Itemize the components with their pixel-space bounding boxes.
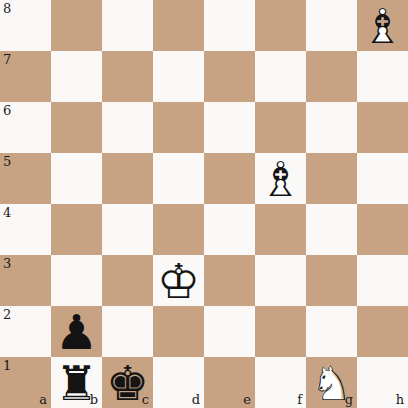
square-a4[interactable]: 4 bbox=[0, 204, 51, 255]
square-b3[interactable] bbox=[51, 255, 102, 306]
square-c1[interactable]: c♚ bbox=[102, 357, 153, 408]
square-h1[interactable]: h bbox=[357, 357, 408, 408]
square-d3[interactable]: ♚♔ bbox=[153, 255, 204, 306]
file-label-f: f bbox=[297, 393, 302, 406]
square-c3[interactable] bbox=[102, 255, 153, 306]
square-f1[interactable]: f bbox=[255, 357, 306, 408]
white-knight-outline-glyph: ♘ bbox=[306, 357, 357, 408]
file-label-a: a bbox=[39, 393, 47, 406]
square-g4[interactable] bbox=[306, 204, 357, 255]
square-a6[interactable]: 6 bbox=[0, 102, 51, 153]
square-g1[interactable]: g♞♘ bbox=[306, 357, 357, 408]
square-b8[interactable] bbox=[51, 0, 102, 51]
square-a1[interactable]: 1a bbox=[0, 357, 51, 408]
square-c8[interactable] bbox=[102, 0, 153, 51]
white-king-outline-glyph: ♔ bbox=[153, 255, 204, 306]
rank-label-3: 3 bbox=[3, 257, 11, 270]
chess-board: 8♝♗765♝♗43♚♔2♟1ab♜c♚defg♞♘h bbox=[0, 0, 408, 408]
square-c2[interactable] bbox=[102, 306, 153, 357]
square-g2[interactable] bbox=[306, 306, 357, 357]
square-f4[interactable] bbox=[255, 204, 306, 255]
square-e2[interactable] bbox=[204, 306, 255, 357]
square-f7[interactable] bbox=[255, 51, 306, 102]
square-h5[interactable] bbox=[357, 153, 408, 204]
square-c4[interactable] bbox=[102, 204, 153, 255]
file-label-e: e bbox=[243, 393, 251, 406]
square-h7[interactable] bbox=[357, 51, 408, 102]
square-e8[interactable] bbox=[204, 0, 255, 51]
square-e4[interactable] bbox=[204, 204, 255, 255]
square-e5[interactable] bbox=[204, 153, 255, 204]
square-f5[interactable]: ♝♗ bbox=[255, 153, 306, 204]
square-c6[interactable] bbox=[102, 102, 153, 153]
square-d4[interactable] bbox=[153, 204, 204, 255]
square-d2[interactable] bbox=[153, 306, 204, 357]
square-d8[interactable] bbox=[153, 0, 204, 51]
square-g6[interactable] bbox=[306, 102, 357, 153]
square-b5[interactable] bbox=[51, 153, 102, 204]
square-a2[interactable]: 2 bbox=[0, 306, 51, 357]
black-king-glyph: ♚ bbox=[102, 357, 153, 408]
square-g7[interactable] bbox=[306, 51, 357, 102]
file-label-h: h bbox=[396, 393, 404, 406]
white-bishop-piece[interactable]: ♝♗ bbox=[357, 0, 408, 51]
rank-label-2: 2 bbox=[3, 308, 11, 321]
black-rook-glyph: ♜ bbox=[51, 357, 102, 408]
square-d1[interactable]: d bbox=[153, 357, 204, 408]
square-h6[interactable] bbox=[357, 102, 408, 153]
square-g3[interactable] bbox=[306, 255, 357, 306]
white-knight-piece[interactable]: ♞♘ bbox=[306, 357, 357, 408]
square-b4[interactable] bbox=[51, 204, 102, 255]
square-f6[interactable] bbox=[255, 102, 306, 153]
rank-label-4: 4 bbox=[3, 206, 11, 219]
square-e7[interactable] bbox=[204, 51, 255, 102]
square-f8[interactable] bbox=[255, 0, 306, 51]
white-bishop-piece[interactable]: ♝♗ bbox=[255, 153, 306, 204]
square-c7[interactable] bbox=[102, 51, 153, 102]
square-h2[interactable] bbox=[357, 306, 408, 357]
rank-label-1: 1 bbox=[3, 359, 11, 372]
square-c5[interactable] bbox=[102, 153, 153, 204]
black-king-piece[interactable]: ♚ bbox=[102, 357, 153, 408]
square-b1[interactable]: b♜ bbox=[51, 357, 102, 408]
black-rook-piece[interactable]: ♜ bbox=[51, 357, 102, 408]
square-e3[interactable] bbox=[204, 255, 255, 306]
square-e6[interactable] bbox=[204, 102, 255, 153]
square-a7[interactable]: 7 bbox=[0, 51, 51, 102]
square-d6[interactable] bbox=[153, 102, 204, 153]
square-b6[interactable] bbox=[51, 102, 102, 153]
square-d7[interactable] bbox=[153, 51, 204, 102]
black-pawn-piece[interactable]: ♟ bbox=[51, 306, 102, 357]
square-g8[interactable] bbox=[306, 0, 357, 51]
square-f2[interactable] bbox=[255, 306, 306, 357]
rank-label-5: 5 bbox=[3, 155, 11, 168]
square-a3[interactable]: 3 bbox=[0, 255, 51, 306]
white-bishop-outline-glyph: ♗ bbox=[255, 153, 306, 204]
square-b2[interactable]: ♟ bbox=[51, 306, 102, 357]
square-h4[interactable] bbox=[357, 204, 408, 255]
rank-label-6: 6 bbox=[3, 104, 11, 117]
square-b7[interactable] bbox=[51, 51, 102, 102]
black-pawn-glyph: ♟ bbox=[51, 306, 102, 357]
square-a8[interactable]: 8 bbox=[0, 0, 51, 51]
file-label-d: d bbox=[192, 393, 200, 406]
square-f3[interactable] bbox=[255, 255, 306, 306]
white-bishop-outline-glyph: ♗ bbox=[357, 0, 408, 51]
rank-label-7: 7 bbox=[3, 53, 11, 66]
square-d5[interactable] bbox=[153, 153, 204, 204]
rank-label-8: 8 bbox=[3, 2, 11, 15]
square-h3[interactable] bbox=[357, 255, 408, 306]
square-a5[interactable]: 5 bbox=[0, 153, 51, 204]
square-e1[interactable]: e bbox=[204, 357, 255, 408]
square-g5[interactable] bbox=[306, 153, 357, 204]
white-king-piece[interactable]: ♚♔ bbox=[153, 255, 204, 306]
square-h8[interactable]: ♝♗ bbox=[357, 0, 408, 51]
